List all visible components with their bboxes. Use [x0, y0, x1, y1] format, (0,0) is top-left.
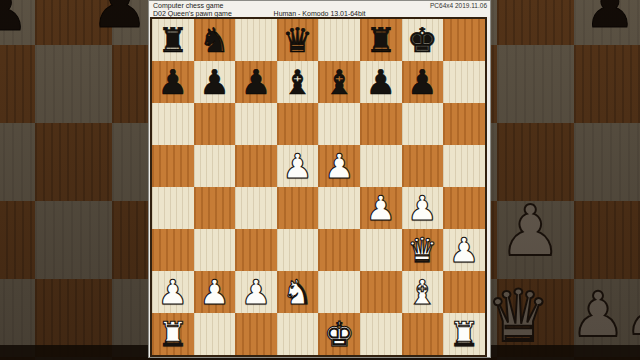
square-f1[interactable] [360, 313, 402, 355]
square-d4[interactable] [277, 187, 319, 229]
square-e6[interactable] [318, 103, 360, 145]
square-d1[interactable] [277, 313, 319, 355]
square-c7[interactable]: ♟ [235, 61, 277, 103]
black-pawn[interactable]: ♟ [152, 61, 194, 103]
square-d5[interactable]: ♟ [277, 145, 319, 187]
square-b8[interactable]: ♞ [194, 19, 236, 61]
square-c6[interactable] [235, 103, 277, 145]
square-e7[interactable]: ♝ [318, 61, 360, 103]
white-bishop[interactable]: ♝ [402, 271, 444, 313]
square-a8[interactable]: ♜ [152, 19, 194, 61]
black-rook[interactable]: ♜ [360, 19, 402, 61]
square-f6[interactable] [360, 103, 402, 145]
square-a4[interactable] [152, 187, 194, 229]
square-g1[interactable] [402, 313, 444, 355]
square-b4[interactable] [194, 187, 236, 229]
chess-program-window: Computer chess game D02 Queen's pawn gam… [148, 0, 491, 358]
white-pawn[interactable]: ♟ [277, 145, 319, 187]
square-a5[interactable] [152, 145, 194, 187]
square-e2[interactable] [318, 271, 360, 313]
white-pawn[interactable]: ♟ [235, 271, 277, 313]
square-b5[interactable] [194, 145, 236, 187]
white-pawn[interactable]: ♟ [318, 145, 360, 187]
board-frame: ♜♞♛♜♚♟♟♟♝♝♟♟♟♟♟♟♛♟♟♟♟♞♝♜♚♜ [150, 17, 487, 357]
square-c8[interactable] [235, 19, 277, 61]
square-f7[interactable]: ♟ [360, 61, 402, 103]
black-pawn[interactable]: ♟ [194, 61, 236, 103]
black-pawn[interactable]: ♟ [235, 61, 277, 103]
black-knight[interactable]: ♞ [194, 19, 236, 61]
square-c5[interactable] [235, 145, 277, 187]
square-e4[interactable] [318, 187, 360, 229]
square-f8[interactable]: ♜ [360, 19, 402, 61]
square-c1[interactable] [235, 313, 277, 355]
players-label: Human - Komodo 13.01-64bit [149, 10, 490, 17]
black-pawn[interactable]: ♟ [360, 61, 402, 103]
square-e1[interactable]: ♚ [318, 313, 360, 355]
square-b3[interactable] [194, 229, 236, 271]
square-g5[interactable] [402, 145, 444, 187]
square-h3[interactable]: ♟ [443, 229, 485, 271]
engine-date-label: PC64x4 2019.11.06 [430, 2, 487, 9]
white-queen[interactable]: ♛ [402, 229, 444, 271]
square-c3[interactable] [235, 229, 277, 271]
square-b1[interactable] [194, 313, 236, 355]
square-h7[interactable] [443, 61, 485, 103]
chess-board[interactable]: ♜♞♛♜♚♟♟♟♝♝♟♟♟♟♟♟♛♟♟♟♟♞♝♜♚♜ [152, 19, 485, 355]
square-d3[interactable] [277, 229, 319, 271]
square-b7[interactable]: ♟ [194, 61, 236, 103]
square-a2[interactable]: ♟ [152, 271, 194, 313]
square-g6[interactable] [402, 103, 444, 145]
square-g8[interactable]: ♚ [402, 19, 444, 61]
square-d7[interactable]: ♝ [277, 61, 319, 103]
square-e3[interactable] [318, 229, 360, 271]
white-rook[interactable]: ♜ [443, 313, 485, 355]
game-type-label: Computer chess game [153, 2, 232, 10]
square-h1[interactable]: ♜ [443, 313, 485, 355]
black-queen[interactable]: ♛ [277, 19, 319, 61]
white-pawn[interactable]: ♟ [443, 229, 485, 271]
white-king[interactable]: ♚ [318, 313, 360, 355]
square-a6[interactable] [152, 103, 194, 145]
square-e8[interactable] [318, 19, 360, 61]
white-pawn[interactable]: ♟ [194, 271, 236, 313]
square-c2[interactable]: ♟ [235, 271, 277, 313]
square-b6[interactable] [194, 103, 236, 145]
black-king[interactable]: ♚ [402, 19, 444, 61]
square-d2[interactable]: ♞ [277, 271, 319, 313]
square-h5[interactable] [443, 145, 485, 187]
black-bishop[interactable]: ♝ [318, 61, 360, 103]
square-d8[interactable]: ♛ [277, 19, 319, 61]
square-a7[interactable]: ♟ [152, 61, 194, 103]
square-f3[interactable] [360, 229, 402, 271]
black-rook[interactable]: ♜ [152, 19, 194, 61]
square-d6[interactable] [277, 103, 319, 145]
square-e5[interactable]: ♟ [318, 145, 360, 187]
white-pawn[interactable]: ♟ [360, 187, 402, 229]
white-pawn[interactable]: ♟ [402, 187, 444, 229]
square-g3[interactable]: ♛ [402, 229, 444, 271]
square-f5[interactable] [360, 145, 402, 187]
white-rook[interactable]: ♜ [152, 313, 194, 355]
black-pawn[interactable]: ♟ [402, 61, 444, 103]
white-pawn[interactable]: ♟ [152, 271, 194, 313]
black-bishop[interactable]: ♝ [277, 61, 319, 103]
square-g7[interactable]: ♟ [402, 61, 444, 103]
square-h6[interactable] [443, 103, 485, 145]
white-knight[interactable]: ♞ [277, 271, 319, 313]
square-h4[interactable] [443, 187, 485, 229]
square-h2[interactable] [443, 271, 485, 313]
square-a3[interactable] [152, 229, 194, 271]
square-g2[interactable]: ♝ [402, 271, 444, 313]
titlebar: Computer chess game D02 Queen's pawn gam… [149, 1, 490, 17]
square-b2[interactable]: ♟ [194, 271, 236, 313]
square-g4[interactable]: ♟ [402, 187, 444, 229]
square-c4[interactable] [235, 187, 277, 229]
square-f2[interactable] [360, 271, 402, 313]
square-f4[interactable]: ♟ [360, 187, 402, 229]
square-a1[interactable]: ♜ [152, 313, 194, 355]
square-h8[interactable] [443, 19, 485, 61]
